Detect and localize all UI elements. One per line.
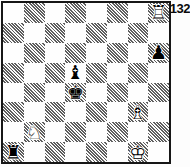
piece-white-king[interactable]: ♚♔	[129, 143, 146, 162]
piece-black-pawn[interactable]: ♟	[150, 43, 167, 62]
square-a6[interactable]	[3, 43, 24, 63]
square-a8[interactable]	[3, 3, 24, 23]
square-c2[interactable]	[45, 122, 66, 142]
piece-white-knight[interactable]: ♞♘	[26, 123, 43, 142]
square-g8[interactable]	[128, 3, 149, 23]
square-g2[interactable]	[128, 122, 149, 142]
square-b1[interactable]	[24, 142, 45, 162]
square-b7[interactable]	[24, 23, 45, 43]
square-f3[interactable]	[107, 102, 128, 122]
square-h8[interactable]: ♜♖	[148, 3, 169, 23]
square-a5[interactable]	[3, 63, 24, 83]
square-e2[interactable]	[86, 122, 107, 142]
square-g1[interactable]: ♚♔	[128, 142, 149, 162]
square-h1[interactable]	[148, 142, 169, 162]
square-f4[interactable]	[107, 83, 128, 103]
square-g6[interactable]	[128, 43, 149, 63]
rook-outline: ♖	[150, 3, 167, 22]
square-b4[interactable]	[24, 83, 45, 103]
square-g3[interactable]: ♝♗	[128, 102, 149, 122]
chess-board: ♜♖♟♝♚♝♗♞♘♜♚♔	[1, 1, 171, 164]
square-c6[interactable]	[45, 43, 66, 63]
square-e5[interactable]	[86, 63, 107, 83]
square-b5[interactable]	[24, 63, 45, 83]
square-d4[interactable]: ♚	[65, 83, 86, 103]
square-h5[interactable]	[148, 63, 169, 83]
square-d7[interactable]	[65, 23, 86, 43]
square-d1[interactable]	[65, 142, 86, 162]
square-a4[interactable]	[3, 83, 24, 103]
square-h7[interactable]	[148, 23, 169, 43]
square-e1[interactable]	[86, 142, 107, 162]
piece-black-rook[interactable]: ♜	[5, 143, 22, 162]
piece-black-bishop[interactable]: ♝	[67, 63, 84, 82]
piece-white-rook[interactable]: ♜♖	[150, 3, 167, 22]
square-f8[interactable]	[107, 3, 128, 23]
square-d2[interactable]	[65, 122, 86, 142]
square-f1[interactable]	[107, 142, 128, 162]
square-h3[interactable]	[148, 102, 169, 122]
square-f6[interactable]	[107, 43, 128, 63]
king-outline: ♔	[129, 143, 146, 162]
square-e7[interactable]	[86, 23, 107, 43]
chess-diagram-page: ♜♖♟♝♚♝♗♞♘♜♚♔ 132	[0, 0, 190, 167]
square-g5[interactable]	[128, 63, 149, 83]
square-h2[interactable]	[148, 122, 169, 142]
square-e4[interactable]	[86, 83, 107, 103]
square-a7[interactable]	[3, 23, 24, 43]
square-c7[interactable]	[45, 23, 66, 43]
square-e3[interactable]	[86, 102, 107, 122]
square-d3[interactable]	[65, 102, 86, 122]
square-b8[interactable]	[24, 3, 45, 23]
square-b6[interactable]	[24, 43, 45, 63]
square-a3[interactable]	[3, 102, 24, 122]
square-d5[interactable]: ♝	[65, 63, 86, 83]
square-e8[interactable]	[86, 3, 107, 23]
square-g4[interactable]	[128, 83, 149, 103]
square-a2[interactable]	[3, 122, 24, 142]
square-c4[interactable]	[45, 83, 66, 103]
square-h6[interactable]: ♟	[148, 43, 169, 63]
square-e6[interactable]	[86, 43, 107, 63]
knight-outline: ♘	[26, 123, 43, 142]
piece-black-king[interactable]: ♚	[67, 83, 84, 102]
piece-white-bishop[interactable]: ♝♗	[129, 103, 146, 122]
square-d6[interactable]	[65, 43, 86, 63]
square-c8[interactable]	[45, 3, 66, 23]
square-b2[interactable]: ♞♘	[24, 122, 45, 142]
square-f5[interactable]	[107, 63, 128, 83]
square-a1[interactable]: ♜	[3, 142, 24, 162]
square-d8[interactable]	[65, 3, 86, 23]
square-h4[interactable]	[148, 83, 169, 103]
puzzle-number: 132	[170, 1, 190, 16]
square-b3[interactable]	[24, 102, 45, 122]
square-c1[interactable]	[45, 142, 66, 162]
square-f7[interactable]	[107, 23, 128, 43]
bishop-outline: ♗	[129, 103, 146, 122]
square-f2[interactable]	[107, 122, 128, 142]
square-c5[interactable]	[45, 63, 66, 83]
square-c3[interactable]	[45, 102, 66, 122]
square-g7[interactable]	[128, 23, 149, 43]
